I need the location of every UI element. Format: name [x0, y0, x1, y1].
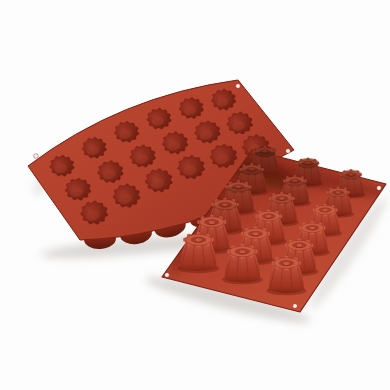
bump-top: [272, 256, 302, 271]
hanging-hole: [165, 273, 170, 278]
bump-center-nub: [310, 227, 316, 230]
bump-center-nub: [283, 262, 289, 265]
bump-center-nub: [296, 244, 302, 247]
bump-shade-overlay: [211, 198, 239, 211]
bump: [178, 232, 219, 273]
bump-top: [241, 226, 270, 240]
bump: [267, 256, 307, 296]
bump-shade-overlay: [225, 181, 251, 194]
bump-center-nub: [253, 232, 259, 235]
bump-center-nub: [323, 209, 328, 212]
bump: [222, 244, 263, 284]
mold-scene: [0, 0, 390, 390]
product-photo: [0, 0, 390, 390]
bump-shade-overlay: [253, 146, 276, 157]
hanging-hole: [236, 84, 241, 89]
bump-top: [227, 244, 257, 259]
bump-top: [313, 204, 338, 217]
bump-center-nub: [239, 250, 245, 253]
bump-shade-overlay: [326, 187, 349, 198]
hanging-hole: [377, 186, 382, 191]
bump-shade-overlay: [297, 158, 320, 169]
bump-center-nub: [195, 238, 201, 241]
bump-shade-overlay: [269, 192, 295, 204]
hanging-hole: [34, 154, 39, 159]
bump-shade-overlay: [283, 175, 307, 187]
bump-top: [299, 221, 326, 234]
bump-shade-overlay: [197, 215, 226, 229]
bump-top: [183, 232, 214, 247]
bump-shade-overlay: [239, 164, 264, 176]
hanging-hole: [286, 149, 291, 154]
hanging-hole: [293, 304, 298, 309]
bump-top: [285, 238, 313, 252]
bump-shade-overlay: [340, 169, 362, 180]
bump-shade-overlay: [255, 210, 282, 223]
